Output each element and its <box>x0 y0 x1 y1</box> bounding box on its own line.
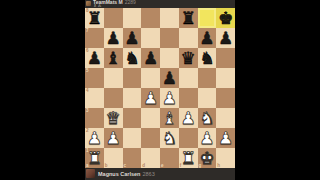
coordinate-rank-1: 1 <box>86 148 89 153</box>
coordinate-rank-8: 8 <box>86 8 89 13</box>
square-e3[interactable]: ♝ <box>160 108 179 128</box>
piece-white-pawn[interactable]: ♟ <box>199 128 214 148</box>
square-f2[interactable] <box>179 128 198 148</box>
square-f8[interactable]: ♜ <box>179 8 198 28</box>
bottom-player-bar: Magnus Carlsen2863 <box>85 168 235 180</box>
square-a6[interactable]: ♟6 <box>85 48 104 68</box>
square-c8[interactable] <box>123 8 142 28</box>
square-e6[interactable] <box>160 48 179 68</box>
square-e4[interactable]: ♟ <box>160 88 179 108</box>
square-d1[interactable]: d <box>141 148 160 168</box>
square-f6[interactable]: ♛ <box>179 48 198 68</box>
chess-board: ♜8♜♚7♟♟♟♟♟6♝♞♟♛♞5♟4♟♟3♛♝♟♞♟2♟♞♟♟♜a1bcde♜… <box>85 8 235 168</box>
square-f3[interactable]: ♟ <box>179 108 198 128</box>
square-f7[interactable] <box>179 28 198 48</box>
square-e2[interactable]: ♞ <box>160 128 179 148</box>
top-player-avatar <box>86 1 91 6</box>
square-a2[interactable]: ♟2 <box>85 128 104 148</box>
square-d8[interactable] <box>141 8 160 28</box>
square-a8[interactable]: ♜8 <box>85 8 104 28</box>
square-h4[interactable] <box>216 88 235 108</box>
square-e5[interactable]: ♟ <box>160 68 179 88</box>
square-a4[interactable]: 4 <box>85 88 104 108</box>
coordinate-rank-4: 4 <box>86 88 89 93</box>
piece-black-rook[interactable]: ♜ <box>181 8 196 28</box>
square-b1[interactable]: b <box>104 148 123 168</box>
video-frame: TeamMats M2289 ♗♙ ♜8♜♚7♟♟♟♟♟6♝♞♟♛♞5♟4♟♟3… <box>0 0 320 180</box>
square-g4[interactable] <box>198 88 217 108</box>
coordinate-rank-2: 2 <box>86 128 89 133</box>
piece-white-knight[interactable]: ♞ <box>162 128 177 148</box>
piece-black-knight[interactable]: ♞ <box>199 48 214 68</box>
bottom-player-rating: 2863 <box>142 171 154 177</box>
square-b6[interactable]: ♝ <box>104 48 123 68</box>
piece-black-bishop[interactable]: ♝ <box>106 48 121 68</box>
square-a3[interactable]: 3 <box>85 108 104 128</box>
piece-white-pawn[interactable]: ♟ <box>143 88 158 108</box>
square-g7[interactable]: ♟ <box>198 28 217 48</box>
square-h8[interactable]: ♚ <box>216 8 235 28</box>
square-g8[interactable] <box>198 8 217 28</box>
piece-black-pawn[interactable]: ♟ <box>106 28 121 48</box>
piece-white-knight[interactable]: ♞ <box>199 108 214 128</box>
square-h3[interactable] <box>216 108 235 128</box>
square-g5[interactable] <box>198 68 217 88</box>
piece-black-knight[interactable]: ♞ <box>124 48 139 68</box>
square-h6[interactable] <box>216 48 235 68</box>
piece-black-queen[interactable]: ♛ <box>181 48 196 68</box>
square-c2[interactable] <box>123 128 142 148</box>
piece-black-pawn[interactable]: ♟ <box>143 48 158 68</box>
square-d3[interactable] <box>141 108 160 128</box>
bottom-player-name: Magnus Carlsen2863 <box>98 171 155 177</box>
square-f1[interactable]: ♜f <box>179 148 198 168</box>
piece-black-rook[interactable]: ♜ <box>87 8 102 28</box>
square-c6[interactable]: ♞ <box>123 48 142 68</box>
square-b3[interactable]: ♛ <box>104 108 123 128</box>
square-f4[interactable] <box>179 88 198 108</box>
piece-white-bishop[interactable]: ♝ <box>162 108 177 128</box>
piece-white-king[interactable]: ♚ <box>199 148 214 168</box>
coordinate-rank-5: 5 <box>86 68 89 73</box>
chess-app-strip: TeamMats M2289 ♗♙ ♜8♜♚7♟♟♟♟♟6♝♞♟♛♞5♟4♟♟3… <box>85 0 235 180</box>
square-a7[interactable]: 7 <box>85 28 104 48</box>
square-h5[interactable] <box>216 68 235 88</box>
bottom-player-name-text: Magnus Carlsen <box>98 171 140 177</box>
square-b8[interactable] <box>104 8 123 28</box>
piece-white-queen[interactable]: ♛ <box>106 108 121 128</box>
square-g2[interactable]: ♟ <box>198 128 217 148</box>
square-g6[interactable]: ♞ <box>198 48 217 68</box>
square-d2[interactable] <box>141 128 160 148</box>
top-player-bar: TeamMats M2289 ♗♙ <box>85 0 235 8</box>
square-e1[interactable]: e <box>160 148 179 168</box>
square-b4[interactable] <box>104 88 123 108</box>
piece-black-pawn[interactable]: ♟ <box>162 68 177 88</box>
square-h7[interactable]: ♟ <box>216 28 235 48</box>
square-h2[interactable]: ♟ <box>216 128 235 148</box>
piece-white-pawn[interactable]: ♟ <box>181 108 196 128</box>
piece-white-pawn[interactable]: ♟ <box>162 88 177 108</box>
coordinate-rank-3: 3 <box>86 108 89 113</box>
piece-black-pawn[interactable]: ♟ <box>218 28 233 48</box>
square-d7[interactable] <box>141 28 160 48</box>
coordinate-rank-6: 6 <box>86 48 89 53</box>
square-c7[interactable]: ♟ <box>123 28 142 48</box>
piece-black-king[interactable]: ♚ <box>218 8 233 28</box>
piece-white-pawn[interactable]: ♟ <box>218 128 233 148</box>
piece-black-pawn[interactable]: ♟ <box>199 28 214 48</box>
square-f5[interactable] <box>179 68 198 88</box>
piece-black-pawn[interactable]: ♟ <box>87 48 102 68</box>
square-g1[interactable]: ♚g <box>198 148 217 168</box>
top-player-rating: 2289 <box>125 0 136 5</box>
square-c5[interactable] <box>123 68 142 88</box>
square-a5[interactable]: 5 <box>85 68 104 88</box>
square-e8[interactable] <box>160 8 179 28</box>
square-d5[interactable] <box>141 68 160 88</box>
piece-white-rook[interactable]: ♜ <box>87 148 102 168</box>
square-c1[interactable]: c <box>123 148 142 168</box>
square-d6[interactable]: ♟ <box>141 48 160 68</box>
square-e7[interactable] <box>160 28 179 48</box>
square-a1[interactable]: ♜a1 <box>85 148 104 168</box>
piece-white-rook[interactable]: ♜ <box>181 148 196 168</box>
square-b2[interactable]: ♟ <box>104 128 123 148</box>
square-c3[interactable] <box>123 108 142 128</box>
square-d4[interactable]: ♟ <box>141 88 160 108</box>
square-b5[interactable] <box>104 68 123 88</box>
square-h1[interactable]: h <box>216 148 235 168</box>
bottom-player-avatar <box>86 169 95 178</box>
square-b7[interactable]: ♟ <box>104 28 123 48</box>
square-g3[interactable]: ♞ <box>198 108 217 128</box>
coordinate-rank-7: 7 <box>86 28 89 33</box>
piece-white-pawn[interactable]: ♟ <box>106 128 121 148</box>
piece-black-pawn[interactable]: ♟ <box>124 28 139 48</box>
square-c4[interactable] <box>123 88 142 108</box>
piece-white-pawn[interactable]: ♟ <box>87 128 102 148</box>
